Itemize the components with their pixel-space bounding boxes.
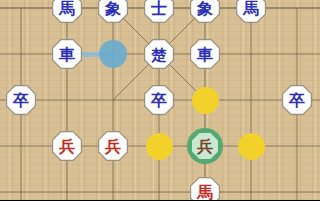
piece-glyph: 象 (105, 1, 121, 17)
piece-face: 士 (145, 0, 173, 22)
piece-face: 車 (191, 40, 219, 68)
move-hint-circle[interactable] (192, 87, 219, 114)
piece-glyph: 卒 (151, 93, 167, 109)
piece-glyph: 卒 (13, 93, 29, 109)
piece-blue-general[interactable]: 楚 (144, 39, 174, 69)
piece-glyph: 楚 (152, 47, 167, 62)
piece-face: 馬 (191, 178, 219, 200)
move-hint-circle[interactable] (238, 133, 265, 160)
piece-glyph: 馬 (243, 1, 259, 17)
piece-glyph: 車 (59, 47, 75, 63)
piece-face: 象 (191, 0, 219, 22)
piece-blue-soldier[interactable]: 卒 (6, 85, 36, 115)
piece-face: 馬 (237, 0, 265, 22)
piece-face: 車 (53, 40, 81, 68)
piece-face: 楚 (145, 40, 173, 68)
piece-glyph: 士 (151, 1, 167, 17)
piece-face: 卒 (283, 86, 311, 114)
piece-face: 象 (99, 0, 127, 22)
piece-glyph: 馬 (197, 185, 213, 201)
janggi-board[interactable]: 馬象士象馬車楚車卒卒卒兵兵兵馬 (0, 0, 320, 200)
selected-piece-red-soldier[interactable]: 兵 (187, 128, 223, 164)
piece-face: 兵 (99, 132, 127, 160)
piece-face: 馬 (53, 0, 81, 22)
last-move-circle (99, 40, 127, 68)
piece-glyph: 兵 (105, 139, 121, 155)
piece-glyph: 兵 (197, 139, 213, 155)
piece-blue-soldier[interactable]: 卒 (144, 85, 174, 115)
piece-face: 卒 (145, 86, 173, 114)
piece-glyph: 馬 (59, 1, 75, 17)
piece-face: 卒 (7, 86, 35, 114)
piece-face: 兵 (53, 132, 81, 160)
piece-blue-soldier[interactable]: 卒 (282, 85, 312, 115)
piece-red-soldier[interactable]: 兵 (52, 131, 82, 161)
move-hint-circle[interactable] (146, 133, 173, 160)
piece-glyph: 車 (197, 47, 213, 63)
piece-glyph: 卒 (289, 93, 305, 109)
piece-glyph: 兵 (59, 139, 75, 155)
piece-glyph: 象 (197, 1, 213, 17)
piece-blue-chariot[interactable]: 車 (190, 39, 220, 69)
piece-face: 兵 (192, 133, 218, 159)
piece-blue-chariot[interactable]: 車 (52, 39, 82, 69)
piece-red-soldier[interactable]: 兵 (98, 131, 128, 161)
